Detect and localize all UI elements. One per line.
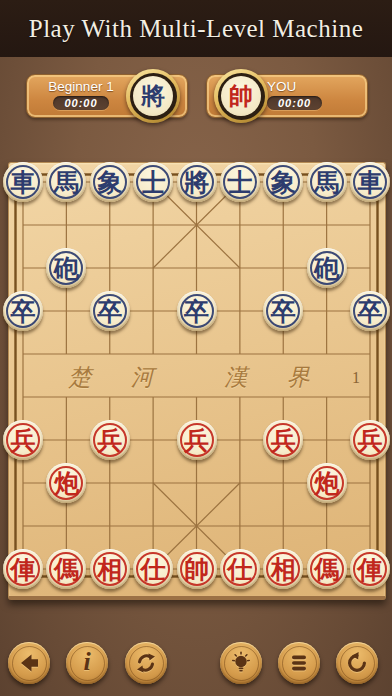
black-soldier[interactable]: 卒 [90,291,130,331]
undo-button[interactable] [336,642,378,684]
black-soldier[interactable]: 卒 [3,291,43,331]
red-general-icon: 帥 [221,76,261,116]
red-soldier[interactable]: 兵 [3,420,43,460]
opponent-name: Beginner 1 [48,79,113,94]
red-cannon[interactable]: 炮 [307,463,347,503]
river-move-marker: 1 [352,369,360,387]
info-icon: i [83,649,90,675]
xiangqi-board[interactable]: 楚 河 漢 界 1 車馬象士將士象馬車砲砲卒卒卒卒卒兵兵兵兵兵炮炮俥傌相仕帥仕相… [8,162,386,600]
black-elephant[interactable]: 象 [263,162,303,202]
red-soldier[interactable]: 兵 [263,420,303,460]
red-chariot[interactable]: 俥 [350,549,390,589]
opponent-panel: Beginner 1 00:00 將 [26,74,188,118]
back-button[interactable] [8,642,50,684]
menu-button[interactable] [278,642,320,684]
black-horse[interactable]: 馬 [307,162,347,202]
red-general[interactable]: 帥 [177,549,217,589]
you-name: YOU [267,79,296,94]
red-horse[interactable]: 傌 [307,549,347,589]
page-title: Play With Multi-Level Machine [29,15,364,43]
black-elephant[interactable]: 象 [90,162,130,202]
restart-sync-icon [134,651,158,675]
undo-arrow-icon [345,651,369,675]
black-chariot[interactable]: 車 [350,162,390,202]
hint-button[interactable] [220,642,262,684]
black-general-icon: 將 [133,76,173,116]
lightbulb-icon [229,651,253,675]
red-advisor[interactable]: 仕 [133,549,173,589]
back-arrow-icon [17,651,41,675]
restart-button[interactable] [125,642,167,684]
black-soldier[interactable]: 卒 [350,291,390,331]
badge-ring: 將 [130,73,177,120]
black-chariot[interactable]: 車 [3,162,43,202]
red-chariot[interactable]: 俥 [3,549,43,589]
black-advisor[interactable]: 士 [133,162,173,202]
you-piece-badge: 帥 [214,69,268,123]
black-soldier[interactable]: 卒 [177,291,217,331]
opponent-piece-badge: 將 [126,69,180,123]
you-panel: 帥 YOU 00:00 [206,74,368,118]
red-soldier[interactable]: 兵 [177,420,217,460]
opponent-timer: 00:00 [53,96,108,110]
river-label-right: 漢 界 [224,362,325,393]
red-advisor[interactable]: 仕 [220,549,260,589]
red-soldier[interactable]: 兵 [90,420,130,460]
badge-ring: 帥 [218,73,265,120]
black-general[interactable]: 將 [177,162,217,202]
black-cannon[interactable]: 砲 [307,248,347,288]
red-soldier[interactable]: 兵 [350,420,390,460]
app-screen: Play With Multi-Level Machine Beginner 1… [0,0,392,696]
river-label-left: 楚 河 [68,362,169,393]
you-timer: 00:00 [267,96,322,110]
black-soldier[interactable]: 卒 [263,291,303,331]
board-grid [9,163,385,596]
menu-bars-icon [287,651,311,675]
black-advisor[interactable]: 士 [220,162,260,202]
red-elephant[interactable]: 相 [263,549,303,589]
info-button[interactable]: i [66,642,108,684]
red-elephant[interactable]: 相 [90,549,130,589]
title-band: Play With Multi-Level Machine [0,0,392,57]
